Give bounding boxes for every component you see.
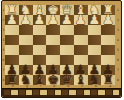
inlay-block [11,90,17,95]
inlay-block [4,90,10,95]
black-king[interactable]: ♚ [46,73,60,86]
square-d4[interactable] [60,35,74,45]
square-e2[interactable]: ♟ [46,15,60,25]
inlay-block [26,90,32,95]
rank-label: 8 [115,75,121,85]
square-h3[interactable] [5,25,19,35]
square-f5[interactable] [33,45,47,55]
square-c2[interactable]: ♟ [74,15,88,25]
square-a2[interactable]: ♟ [101,15,115,25]
square-e4[interactable] [46,35,60,45]
square-b4[interactable] [88,35,102,45]
black-queen[interactable]: ♛ [60,73,74,86]
square-h8[interactable]: ♜ [5,75,19,85]
square-g2[interactable]: ♟ [19,15,33,25]
square-e5[interactable] [46,45,60,55]
rank-label: 7 [115,65,121,75]
rank-label: 4 [115,35,121,45]
inlay-block [113,90,119,95]
square-e8[interactable]: ♚ [46,75,60,85]
square-c8[interactable]: ♝ [74,75,88,85]
square-g4[interactable] [19,35,33,45]
square-e3[interactable] [46,25,60,35]
inlay-block [77,90,83,95]
black-rook[interactable]: ♜ [5,73,19,86]
square-h2[interactable]: ♟ [5,15,19,25]
inlay-block [62,90,68,95]
black-rook[interactable]: ♜ [101,73,115,86]
square-g3[interactable] [19,25,33,35]
square-g5[interactable] [19,45,33,55]
inlay-block [106,90,112,95]
square-b2[interactable]: ♟ [88,15,102,25]
inlay-block [91,90,97,95]
square-c3[interactable] [74,25,88,35]
square-a3[interactable] [101,25,115,35]
chess-board: 12345678 ♜♞♝♚♛♝♞♜♟♟♟♟♟♟♟♟♟♟♟♟♟♟♟♟♜♞♝♚♛♝♞… [1,0,122,98]
black-bishop[interactable]: ♝ [33,73,47,86]
inlay-block [55,90,61,95]
square-d5[interactable] [60,45,74,55]
rank-label: 2 [115,15,121,25]
square-a5[interactable] [101,45,115,55]
square-c5[interactable] [74,45,88,55]
square-g8[interactable]: ♞ [19,75,33,85]
square-f8[interactable]: ♝ [33,75,47,85]
square-h4[interactable] [5,35,19,45]
rank-label: 1 [115,5,121,15]
inlay-block [84,90,90,95]
black-knight[interactable]: ♞ [88,73,102,86]
square-a8[interactable]: ♜ [101,75,115,85]
square-d8[interactable]: ♛ [60,75,74,85]
box-side-edge [2,88,121,97]
board-grid: ♜♞♝♚♛♝♞♜♟♟♟♟♟♟♟♟♟♟♟♟♟♟♟♟♜♞♝♚♛♝♞♜ [5,5,115,85]
inlay-block [33,90,39,95]
black-bishop[interactable]: ♝ [74,73,88,86]
black-knight[interactable]: ♞ [19,73,33,86]
chess-set-photo: 12345678 ♜♞♝♚♛♝♞♜♟♟♟♟♟♟♟♟♟♟♟♟♟♟♟♟♜♞♝♚♛♝♞… [0,0,124,100]
square-f4[interactable] [33,35,47,45]
square-c4[interactable] [74,35,88,45]
square-b3[interactable] [88,25,102,35]
square-f3[interactable] [33,25,47,35]
rank-label: 3 [115,25,121,35]
square-d2[interactable]: ♟ [60,15,74,25]
square-f2[interactable]: ♟ [33,15,47,25]
square-a4[interactable] [101,35,115,45]
rank-label: 5 [115,45,121,55]
rank-label: 6 [115,55,121,65]
board-frame-right: 12345678 [115,5,121,85]
inlay-block [40,90,46,95]
inlay-block [19,90,25,95]
square-d3[interactable] [60,25,74,35]
square-h5[interactable] [5,45,19,55]
inlay-block [69,90,75,95]
inlay-block [98,90,104,95]
inlay-block [48,90,54,95]
square-b5[interactable] [88,45,102,55]
square-b8[interactable]: ♞ [88,75,102,85]
